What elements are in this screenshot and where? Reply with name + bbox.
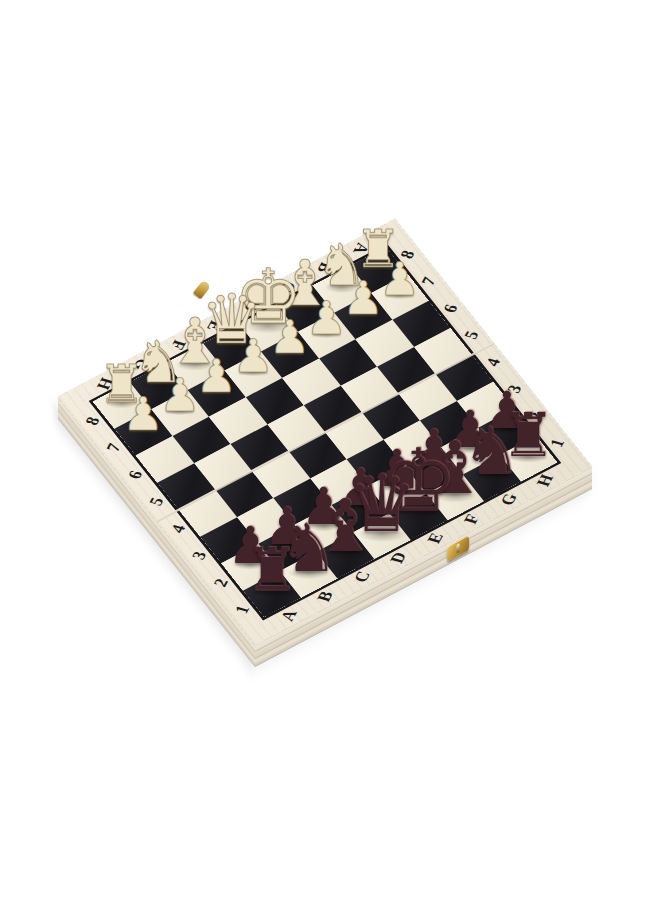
white-pawn-g7: ♟ (342, 275, 383, 321)
white-pawn-f7: ♟ (306, 294, 347, 340)
clasp-pin (456, 543, 459, 554)
white-pawn-b7: ♟ (159, 372, 200, 418)
product-photo: AH88BG77CF66DE55ED44FC33GB22HA11 ♜♞♝♛♚♝♞… (0, 0, 660, 900)
white-pawn-h7: ♟ (379, 255, 420, 301)
white-pawn-a7: ♟ (123, 391, 164, 437)
white-pawn-e7: ♟ (269, 313, 310, 359)
white-pawn-c7: ♟ (196, 352, 237, 398)
black-rook-a1: ♜ (245, 540, 299, 600)
white-pawn-d7: ♟ (232, 333, 273, 379)
